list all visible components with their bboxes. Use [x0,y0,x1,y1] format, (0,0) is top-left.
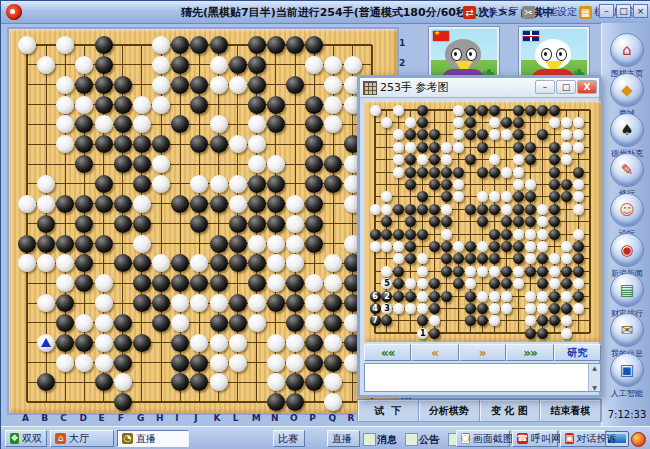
black-stone [441,167,452,178]
white-stone [37,294,55,312]
popup-title: 253手 参考图 [380,80,449,95]
white-stone [344,56,362,74]
black-stone [286,294,304,312]
white-stone [114,373,132,391]
black-stone [324,294,342,312]
white-stone [286,215,304,233]
white-stone: 3 [381,303,392,314]
black-stone [513,204,524,215]
black-stone [114,254,132,272]
black-stone [405,179,416,190]
black-stone [133,215,151,233]
black-stone [210,195,228,213]
black-stone [305,135,323,153]
black-stone [114,115,132,133]
white-stone [286,254,304,272]
white-stone [248,294,266,312]
white-stone [489,191,500,202]
close-button[interactable]: × [633,4,648,18]
black-stone [465,291,476,302]
black-stone [489,253,500,264]
black-stone [549,179,560,190]
popup-minimize-button[interactable]: – [535,80,555,94]
black-stone [248,96,266,114]
black-stone [441,179,452,190]
white-stone [190,334,208,352]
black-stone [171,354,189,372]
taskbar-button-live[interactable]: ◔直播 [117,430,189,447]
black-stone [441,191,452,202]
analysis-button-0[interactable]: 试 下 [358,400,419,421]
white-stone [75,314,93,332]
black-stone [210,135,228,153]
black-stone [152,274,170,292]
black-stone [229,314,247,332]
black-stone [133,294,151,312]
black-stone: 4 [370,303,381,314]
black-stone [525,204,536,215]
black-stone [417,204,428,215]
black-stone [477,303,488,314]
move-number-label: 1 [417,328,428,339]
white-stone [477,191,488,202]
black-stone: 6 [370,291,381,302]
column-label: A [22,413,29,423]
black-stone: 7 [370,315,381,326]
black-stone [75,274,93,292]
black-stone [549,167,560,178]
white-stone [305,314,323,332]
black-stone [37,215,55,233]
black-stone [453,253,464,264]
switch-hall-button[interactable]: ⇄ 转换大厅 [463,4,518,20]
black-stone [573,266,584,277]
taskbar-button-pair[interactable]: ❖双双 [5,430,47,447]
column-label: J [194,413,197,423]
black-stone [429,291,440,302]
black-stone [305,36,323,54]
black-stone [305,334,323,352]
black-stone [513,241,524,252]
white-stone [393,253,404,264]
white-stone [393,167,404,178]
black-stone [37,373,55,391]
white-stone [489,291,500,302]
maximize-button[interactable]: □ [616,4,631,18]
black-stone [114,135,132,153]
black-stone [95,195,113,213]
white-stone [324,274,342,292]
black-stone [267,393,285,411]
nav-prev-button[interactable]: « [411,344,458,361]
black-stone [190,274,208,292]
white-stone [370,105,381,116]
taskbar-button-lobby[interactable]: ⌂大厅 [50,430,114,447]
white-stone [453,142,464,153]
white-stone [267,254,285,272]
black-stone [114,96,132,114]
black-stone [171,195,189,213]
move-number-label: 2 [381,291,392,302]
white-stone [95,115,113,133]
white-stone [190,175,208,193]
taskbar-button-比赛[interactable]: 比赛 [273,430,305,447]
black-stone [429,328,440,339]
switch-hall-label: 转换大厅 [478,5,518,19]
white-stone [501,204,512,215]
title-bar: 猜先(黑棋贴7目半)当前进行254手(普通模式180分/60秒 1次) >> 白… [1,1,650,24]
column-label: Q [328,413,336,423]
taskbar-button-label: 对话投诉 [577,432,617,446]
black-stone [477,253,488,264]
black-stone [405,216,416,227]
white-stone [393,154,404,165]
white-stone [513,229,524,240]
black-stone [133,135,151,153]
white-stone [324,115,342,133]
white-stone [405,117,416,128]
white-stone [573,142,584,153]
move-number-label: 6 [370,291,381,302]
white-stone [286,334,304,352]
black-stone [417,229,428,240]
white-stone [152,96,170,114]
minimize-button[interactable]: – [599,4,614,18]
white-stone [229,354,247,372]
white-stone [501,191,512,202]
white-stone [525,303,536,314]
black-stone [417,142,428,153]
taskbar-button-complaint[interactable]: ▣对话投诉 [560,430,606,447]
black-stone [133,334,151,352]
black-stone [305,96,323,114]
white-stone: 5 [381,278,392,289]
black-stone [549,204,560,215]
black-stone [501,117,512,128]
white-stone [429,315,440,326]
black-stone [393,278,404,289]
white-stone [513,154,524,165]
black-stone [305,155,323,173]
black-stone [513,216,524,227]
column-label: R [348,413,355,423]
column-label: K [214,413,221,423]
checkbox-label: 消息 [377,433,397,447]
grid-line [26,45,28,402]
white-stone [573,191,584,202]
white-stone [210,334,228,352]
complaint-icon: ▣ [565,433,574,444]
live-icon: ◔ [122,433,133,444]
white-stone [171,294,189,312]
black-stone [501,266,512,277]
taskbar-button-label: 直播 [136,432,156,446]
black-stone [305,215,323,233]
black-stone [393,266,404,277]
black-stone [393,291,404,302]
popup-title-bar[interactable]: 253手 参考图 – □ X [360,78,599,98]
black-stone [537,278,548,289]
popup-close-button[interactable]: X [577,80,597,94]
black-stone [248,175,266,193]
white-stone [525,291,536,302]
black-stone [286,36,304,54]
nav-prev-icon: « [431,346,439,360]
white-stone [393,129,404,140]
white-stone [95,314,113,332]
black-stone [56,294,74,312]
white-stone [489,129,500,140]
white-stone [37,175,55,193]
black-stone [56,235,74,253]
black-stone [190,76,208,94]
white-stone [441,204,452,215]
black-stone [381,216,392,227]
black-stone [525,142,536,153]
black-stone [286,274,304,292]
taskbar-button-直播[interactable]: 直播 [327,430,360,447]
black-stone [210,314,228,332]
taskbar-button-label: 双双 [22,432,42,446]
white-stone [537,303,548,314]
nav-first-button[interactable]: «« [364,344,411,361]
black-stone [465,253,476,264]
white-stone [561,117,572,128]
black-stone [305,175,323,193]
nav-study-button[interactable]: 研究 [554,344,601,361]
main-go-board[interactable] [7,27,399,415]
white-stone [549,278,560,289]
black-stone [324,175,342,193]
taskbar-button-call-admin[interactable]: ☎呼叫网管 [512,430,558,447]
black-stone [171,274,189,292]
white-stone [324,254,342,272]
black-stone [171,76,189,94]
sidebar-item-ai[interactable]: ▣人工智能 [602,353,650,399]
black-stone [525,266,536,277]
black-stone [133,254,151,272]
black-stone [305,115,323,133]
analysis-button-strip: 试 下分析棋势变 化 图结束看棋 [357,399,602,422]
popup-maximize-button[interactable]: □ [556,80,576,94]
white-stone [573,303,584,314]
white-stone [513,167,524,178]
white-stone [573,117,584,128]
column-label: N [271,413,279,423]
window-title: 猜先(黑棋贴7目半)当前进行254手(普通模式180分/60秒 1次) >> 白… [181,5,471,20]
black-stone [549,303,560,314]
black-stone [114,155,132,173]
pair-icon: ❖ [10,433,19,444]
column-label: O [290,413,298,423]
white-stone [56,96,74,114]
white-stone [537,291,548,302]
black-stone [75,235,93,253]
alert-tray-icon[interactable] [631,432,646,447]
scrollbar[interactable]: ▲▼ [588,364,600,391]
move-number-label: 4 [370,303,381,314]
black-stone [171,115,189,133]
white-stone [37,254,55,272]
black-stone [573,241,584,252]
taskbar-button-screenshot[interactable]: ◙画面截图 [456,430,510,447]
white-stone [171,314,189,332]
black-stone [152,314,170,332]
black-stone [405,167,416,178]
white-stone [267,354,285,372]
black-stone [513,105,524,116]
reference-go-board[interactable]: 5624371 [364,101,601,342]
taskbar-button-label: 直播 [332,432,352,446]
nav-first-icon: «« [381,346,395,360]
white-stone [229,175,247,193]
white-stone [393,142,404,153]
white-stone [441,154,452,165]
black-stone [229,294,247,312]
white-stone [417,303,428,314]
black-stone [405,241,416,252]
black-stone [210,254,228,272]
checkbox-公告[interactable] [405,433,418,446]
white-stone [152,56,170,74]
nav-last-button[interactable]: »» [506,344,553,361]
black-stone [248,36,266,54]
white-stone [453,241,464,252]
white-stone [229,135,247,153]
black-stone [171,373,189,391]
black-stone [171,334,189,352]
call-admin-icon: ☎ [517,433,528,444]
nav-last-icon: »» [523,346,537,360]
white-stone [248,115,266,133]
black-stone [429,154,440,165]
black-stone [133,175,151,193]
move-number-label: 7 [370,315,381,326]
checkbox-消息[interactable] [363,433,376,446]
white-stone [453,179,464,190]
white-stone [405,303,416,314]
white-stone [573,278,584,289]
white-stone [477,291,488,302]
forum-icon: ☺ [610,193,644,227]
black-stone [417,105,428,116]
black-stone [229,56,247,74]
white-stone [133,115,151,133]
white-stone [56,36,74,54]
black-stone [305,195,323,213]
white-stone [393,241,404,252]
black-stone [429,216,440,227]
black-stone [18,235,36,253]
white-stone [286,235,304,253]
white-stone [305,274,323,292]
lobby-icon: ⌂ [55,433,66,444]
black-stone [477,315,488,326]
white-stone [18,36,36,54]
black-stone [75,254,93,272]
black-stone [477,204,488,215]
white-stone [95,294,113,312]
black-stone [248,56,266,74]
white-stone [489,266,500,277]
white-stone [56,135,74,153]
black-stone [248,76,266,94]
black-stone [133,274,151,292]
black-stone [95,175,113,193]
black-stone [549,191,560,202]
column-label: P [309,413,316,423]
black-stone [267,195,285,213]
black-stone [171,254,189,272]
column-label: G [137,413,144,423]
black-stone [429,278,440,289]
row-label: 2 [399,58,405,68]
sidebar: 7:12:33 ⌂围棋主页◆商城♠德州扑克✎修行☺论坛◉新浪新闻▤财富排行✉我的… [601,23,650,426]
white-stone [381,241,392,252]
black-stone [114,76,132,94]
white-stone [453,105,464,116]
nav-next-icon: » [479,346,487,360]
black-stone [190,373,208,391]
move-number-label: 5 [381,278,392,289]
black-stone [190,36,208,54]
white-stone [324,393,342,411]
white-stone [477,266,488,277]
column-label: H [156,413,164,423]
black-stone [465,105,476,116]
white-stone [381,191,392,202]
white-stone [573,179,584,190]
white-stone [37,195,55,213]
black-stone [429,129,440,140]
black-stone [477,105,488,116]
black-stone [95,235,113,253]
popup-message-box[interactable]: ▲▼ [364,363,601,392]
white-stone [18,195,36,213]
black-stone [75,76,93,94]
white-stone [501,303,512,314]
white-stone [561,291,572,302]
analysis-button-3[interactable]: 结束看棋 [540,400,601,421]
black-stone [190,195,208,213]
black-stone [525,216,536,227]
nav-next-button[interactable]: » [459,344,506,361]
white-stone [210,175,228,193]
white-stone [37,56,55,74]
settings-button[interactable]: ✂ 功能设定 [522,4,577,20]
analysis-button-1[interactable]: 分析棋势 [419,400,480,421]
white-stone [561,241,572,252]
black-stone [248,195,266,213]
black-stone [381,315,392,326]
black-stone [75,115,93,133]
black-stone [465,204,476,215]
black-stone [489,167,500,178]
white-stone [465,278,476,289]
black-stone [229,254,247,272]
black-stone [286,373,304,391]
game-record-icon: ▦ [579,6,592,19]
white-stone [210,373,228,391]
black-stone [267,215,285,233]
black-stone [465,154,476,165]
white-stone [549,117,560,128]
white-stone [573,129,584,140]
analysis-button-2[interactable]: 变 化 图 [480,400,541,421]
ai-icon: ▣ [610,353,644,387]
taskbar-button-label: 大厅 [69,432,89,446]
black-stone [429,179,440,190]
